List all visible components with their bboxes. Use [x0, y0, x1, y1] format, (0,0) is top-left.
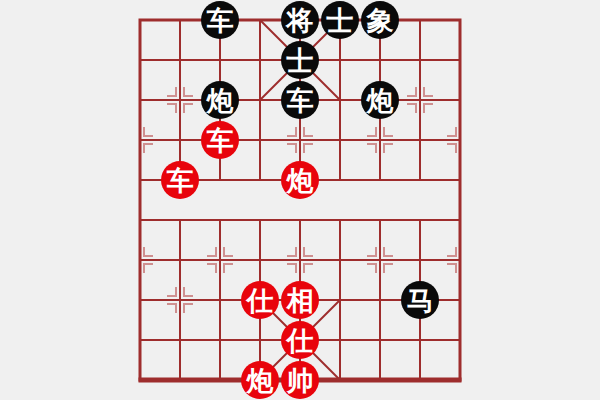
piece-black-advisor[interactable]: 士 — [321, 1, 359, 39]
piece-red-advisor[interactable]: 仕 — [281, 321, 319, 359]
piece-red-cannon[interactable]: 炮 — [281, 161, 319, 199]
piece-black-general[interactable]: 将 — [281, 1, 319, 39]
piece-black-advisor[interactable]: 士 — [281, 41, 319, 79]
pieces-layer: 车将士象士炮车炮马车车炮仕相仕炮帅 — [0, 0, 600, 400]
piece-black-cannon[interactable]: 炮 — [201, 81, 239, 119]
piece-black-horse[interactable]: 马 — [401, 281, 439, 319]
piece-red-general[interactable]: 帅 — [281, 361, 319, 399]
piece-red-cannon[interactable]: 炮 — [241, 361, 279, 399]
piece-red-advisor[interactable]: 仕 — [241, 281, 279, 319]
piece-black-elephant[interactable]: 象 — [361, 1, 399, 39]
piece-red-chariot[interactable]: 车 — [161, 161, 199, 199]
piece-red-elephant[interactable]: 相 — [281, 281, 319, 319]
piece-red-chariot[interactable]: 车 — [201, 121, 239, 159]
piece-black-cannon[interactable]: 炮 — [361, 81, 399, 119]
piece-black-chariot[interactable]: 车 — [201, 1, 239, 39]
xiangqi-board: 车将士象士炮车炮马车车炮仕相仕炮帅 — [0, 0, 600, 400]
piece-black-chariot[interactable]: 车 — [281, 81, 319, 119]
